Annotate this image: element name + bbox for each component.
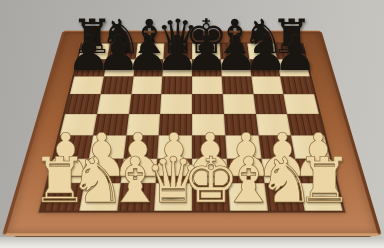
square-e1[interactable]	[192, 183, 230, 210]
square-g7[interactable]	[249, 59, 281, 76]
square-e3[interactable]	[192, 135, 226, 158]
square-a7[interactable]	[74, 59, 107, 76]
square-d4[interactable]	[159, 114, 192, 135]
square-e2[interactable]	[192, 158, 228, 183]
square-c7[interactable]	[133, 59, 163, 76]
square-e8[interactable]	[192, 43, 220, 59]
square-h6[interactable]	[280, 76, 314, 94]
square-d5[interactable]	[160, 94, 192, 114]
square-f2[interactable]	[226, 158, 264, 183]
square-f6[interactable]	[221, 76, 253, 94]
square-d6[interactable]	[161, 76, 192, 94]
square-c5[interactable]	[129, 94, 162, 114]
photo-background: ♜♞♝♛♚♝♞♜♟♟♟♟♟♟♟♟♟♟♟♟♟♟♟♟♜♞♝♛♚♝♞♜	[0, 0, 384, 248]
square-h8[interactable]	[274, 43, 305, 59]
square-g1[interactable]	[264, 183, 305, 210]
square-f8[interactable]	[219, 43, 248, 59]
square-d3[interactable]	[158, 135, 192, 158]
square-b2[interactable]	[84, 158, 123, 183]
square-c3[interactable]	[123, 135, 159, 158]
scene	[0, 0, 384, 248]
square-d7[interactable]	[163, 59, 192, 76]
square-b5[interactable]	[97, 94, 131, 114]
square-a4[interactable]	[60, 114, 97, 135]
square-e6[interactable]	[192, 76, 223, 94]
square-c1[interactable]	[117, 183, 156, 210]
square-a2[interactable]	[48, 158, 89, 183]
square-f1[interactable]	[228, 183, 267, 210]
square-g6[interactable]	[251, 76, 284, 94]
square-g3[interactable]	[258, 135, 295, 158]
square-f5[interactable]	[223, 94, 256, 114]
square-h1[interactable]	[300, 183, 343, 210]
square-b6[interactable]	[100, 76, 133, 94]
square-f7[interactable]	[220, 59, 250, 76]
square-h2[interactable]	[295, 158, 336, 183]
square-h3[interactable]	[291, 135, 330, 158]
square-a8[interactable]	[78, 43, 109, 59]
square-h7[interactable]	[277, 59, 310, 76]
square-g4[interactable]	[256, 114, 292, 135]
square-a3[interactable]	[54, 135, 93, 158]
square-b1[interactable]	[79, 183, 120, 210]
square-g2[interactable]	[261, 158, 300, 183]
square-h4[interactable]	[287, 114, 324, 135]
square-d8[interactable]	[164, 43, 192, 59]
square-f4[interactable]	[224, 114, 258, 135]
square-d2[interactable]	[156, 158, 192, 183]
square-c2[interactable]	[120, 158, 158, 183]
square-g8[interactable]	[247, 43, 277, 59]
square-a5[interactable]	[65, 94, 100, 114]
square-e4[interactable]	[192, 114, 225, 135]
square-f3[interactable]	[225, 135, 261, 158]
square-a6[interactable]	[70, 76, 104, 94]
square-d1[interactable]	[154, 183, 192, 210]
square-b7[interactable]	[104, 59, 136, 76]
chess-board	[41, 43, 342, 210]
square-b3[interactable]	[89, 135, 126, 158]
square-b8[interactable]	[107, 43, 137, 59]
square-e7[interactable]	[192, 59, 221, 76]
square-a1[interactable]	[41, 183, 84, 210]
square-c8[interactable]	[135, 43, 164, 59]
square-g5[interactable]	[253, 94, 287, 114]
square-c6[interactable]	[131, 76, 163, 94]
chess-board-frame	[2, 31, 382, 236]
square-c4[interactable]	[126, 114, 160, 135]
square-b4[interactable]	[93, 114, 129, 135]
square-h5[interactable]	[284, 94, 319, 114]
square-e5[interactable]	[192, 94, 224, 114]
